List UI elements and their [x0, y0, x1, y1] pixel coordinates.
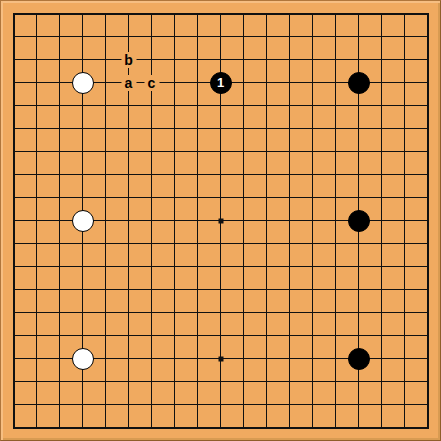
board-point[interactable]	[48, 278, 71, 301]
board-point[interactable]	[163, 324, 186, 347]
board-point[interactable]	[186, 278, 209, 301]
board-point[interactable]	[232, 186, 255, 209]
board-point[interactable]	[232, 301, 255, 324]
board-point[interactable]	[140, 209, 163, 232]
board-point[interactable]	[301, 71, 324, 94]
board-point[interactable]	[301, 163, 324, 186]
board-point[interactable]	[25, 94, 48, 117]
board-point[interactable]	[94, 71, 117, 94]
board-point[interactable]: b	[117, 48, 140, 71]
board-point[interactable]	[163, 117, 186, 140]
board-point[interactable]	[94, 255, 117, 278]
board-point[interactable]	[370, 393, 393, 416]
board-point[interactable]	[163, 232, 186, 255]
board-point[interactable]	[48, 393, 71, 416]
board-point[interactable]	[347, 71, 370, 94]
board-point[interactable]	[163, 370, 186, 393]
board-point[interactable]	[416, 324, 439, 347]
board-point[interactable]	[186, 163, 209, 186]
board-point[interactable]	[232, 370, 255, 393]
board-point[interactable]	[163, 278, 186, 301]
board-point[interactable]	[209, 301, 232, 324]
board-point[interactable]	[278, 140, 301, 163]
board-point[interactable]	[393, 2, 416, 25]
board-point[interactable]	[232, 2, 255, 25]
board-point[interactable]	[393, 278, 416, 301]
board-point[interactable]	[209, 117, 232, 140]
board-point[interactable]	[94, 209, 117, 232]
board-point[interactable]	[140, 370, 163, 393]
board-point[interactable]	[255, 232, 278, 255]
board-point[interactable]	[163, 347, 186, 370]
board-point[interactable]	[255, 117, 278, 140]
board-point[interactable]	[416, 347, 439, 370]
board-point[interactable]	[232, 232, 255, 255]
board-point[interactable]	[71, 2, 94, 25]
board-point[interactable]	[324, 416, 347, 439]
board-point[interactable]	[71, 232, 94, 255]
board-point[interactable]	[163, 140, 186, 163]
board-point[interactable]	[393, 209, 416, 232]
board-point[interactable]	[347, 140, 370, 163]
board-point[interactable]	[117, 324, 140, 347]
board-point[interactable]	[186, 25, 209, 48]
board-point[interactable]	[232, 393, 255, 416]
board-point[interactable]	[324, 25, 347, 48]
board-point[interactable]	[48, 25, 71, 48]
board-point[interactable]	[255, 2, 278, 25]
board-point[interactable]	[186, 48, 209, 71]
board-point[interactable]	[48, 163, 71, 186]
board-point[interactable]	[209, 94, 232, 117]
board-point[interactable]	[301, 416, 324, 439]
board-point[interactable]	[347, 2, 370, 25]
board-point[interactable]	[209, 2, 232, 25]
board-point[interactable]	[278, 117, 301, 140]
board-point[interactable]	[255, 393, 278, 416]
board-point[interactable]	[416, 301, 439, 324]
board-point[interactable]	[370, 48, 393, 71]
board-point[interactable]	[163, 416, 186, 439]
board-point[interactable]	[163, 94, 186, 117]
board-point[interactable]	[209, 347, 232, 370]
board-point[interactable]	[416, 94, 439, 117]
board-point[interactable]	[163, 301, 186, 324]
board-point[interactable]	[324, 278, 347, 301]
board-point[interactable]	[140, 186, 163, 209]
board-point[interactable]	[140, 347, 163, 370]
board-point[interactable]	[347, 163, 370, 186]
board-point[interactable]	[71, 163, 94, 186]
board-point[interactable]	[71, 301, 94, 324]
board-point[interactable]	[163, 209, 186, 232]
board-point[interactable]	[370, 301, 393, 324]
board-point[interactable]	[2, 117, 25, 140]
board-point[interactable]	[370, 278, 393, 301]
board-point[interactable]	[393, 416, 416, 439]
board-point[interactable]	[186, 416, 209, 439]
board-point[interactable]	[209, 140, 232, 163]
board-point[interactable]	[278, 232, 301, 255]
board-point[interactable]	[324, 209, 347, 232]
board-point[interactable]	[94, 416, 117, 439]
board-point[interactable]	[416, 48, 439, 71]
board-point[interactable]	[163, 163, 186, 186]
board-point[interactable]	[370, 163, 393, 186]
board-point[interactable]	[2, 25, 25, 48]
board-point[interactable]	[416, 25, 439, 48]
board-point[interactable]	[94, 25, 117, 48]
board-point[interactable]	[324, 393, 347, 416]
board-point[interactable]	[25, 255, 48, 278]
board-point[interactable]	[370, 324, 393, 347]
board-point[interactable]	[301, 25, 324, 48]
board-point[interactable]	[255, 324, 278, 347]
board-point[interactable]	[186, 232, 209, 255]
board-point[interactable]	[324, 186, 347, 209]
board-point[interactable]	[324, 140, 347, 163]
board-point[interactable]	[163, 255, 186, 278]
board-point[interactable]	[347, 416, 370, 439]
board-point[interactable]	[278, 370, 301, 393]
board-point[interactable]	[393, 186, 416, 209]
board-point[interactable]	[186, 186, 209, 209]
board-point[interactable]	[2, 163, 25, 186]
board-point[interactable]	[117, 186, 140, 209]
board-point[interactable]	[94, 48, 117, 71]
board-point[interactable]	[25, 71, 48, 94]
board-point[interactable]	[393, 48, 416, 71]
board-point[interactable]	[278, 393, 301, 416]
board-point[interactable]	[370, 209, 393, 232]
board-point[interactable]	[94, 186, 117, 209]
board-point[interactable]	[232, 209, 255, 232]
board-point[interactable]	[163, 48, 186, 71]
board-point[interactable]	[117, 278, 140, 301]
board-point[interactable]	[71, 186, 94, 209]
board-point[interactable]	[393, 370, 416, 393]
board-point[interactable]	[2, 416, 25, 439]
board-point[interactable]	[255, 163, 278, 186]
board-point[interactable]	[416, 278, 439, 301]
board-point[interactable]	[186, 117, 209, 140]
board-point[interactable]	[48, 209, 71, 232]
board-point[interactable]	[186, 301, 209, 324]
board-point[interactable]	[48, 232, 71, 255]
board-point[interactable]	[370, 232, 393, 255]
board-point[interactable]	[278, 94, 301, 117]
board-point[interactable]	[347, 232, 370, 255]
board-point[interactable]	[48, 140, 71, 163]
board-point[interactable]	[278, 301, 301, 324]
board-point[interactable]	[117, 232, 140, 255]
board-point[interactable]	[186, 71, 209, 94]
board-point[interactable]	[393, 117, 416, 140]
board-point[interactable]	[209, 324, 232, 347]
board-point[interactable]	[117, 209, 140, 232]
board-point[interactable]	[186, 393, 209, 416]
board-point[interactable]	[186, 2, 209, 25]
board-point[interactable]	[416, 370, 439, 393]
board-point[interactable]	[324, 232, 347, 255]
board-point[interactable]	[117, 117, 140, 140]
board-point[interactable]	[278, 71, 301, 94]
board-point[interactable]	[301, 370, 324, 393]
board-point[interactable]	[301, 117, 324, 140]
board-point[interactable]	[301, 186, 324, 209]
board-point[interactable]	[232, 140, 255, 163]
board-point[interactable]	[278, 2, 301, 25]
board-point[interactable]	[209, 232, 232, 255]
board-point[interactable]	[2, 48, 25, 71]
board-point[interactable]	[71, 393, 94, 416]
board-point[interactable]	[324, 301, 347, 324]
board-point[interactable]	[393, 255, 416, 278]
board-point[interactable]	[117, 416, 140, 439]
board-point[interactable]	[25, 140, 48, 163]
board-point[interactable]	[25, 48, 48, 71]
board-point[interactable]	[301, 255, 324, 278]
board-point[interactable]	[25, 347, 48, 370]
board-point[interactable]	[25, 324, 48, 347]
board-point[interactable]	[324, 48, 347, 71]
board-point[interactable]	[140, 94, 163, 117]
board-point[interactable]	[117, 393, 140, 416]
board-point[interactable]	[393, 94, 416, 117]
board-point[interactable]	[347, 209, 370, 232]
board-point[interactable]	[416, 209, 439, 232]
board-point[interactable]	[25, 25, 48, 48]
board-point[interactable]	[324, 94, 347, 117]
board-point[interactable]	[301, 2, 324, 25]
board-point[interactable]	[94, 347, 117, 370]
board-point[interactable]	[140, 140, 163, 163]
board-point[interactable]	[232, 255, 255, 278]
board-point[interactable]	[140, 48, 163, 71]
board-point[interactable]	[117, 163, 140, 186]
board-point[interactable]	[393, 25, 416, 48]
board-point[interactable]	[71, 347, 94, 370]
board-point[interactable]	[232, 117, 255, 140]
board-point[interactable]	[94, 117, 117, 140]
board-point[interactable]	[347, 301, 370, 324]
board-point[interactable]	[209, 186, 232, 209]
board-point[interactable]	[2, 370, 25, 393]
board-point[interactable]	[117, 301, 140, 324]
board-point[interactable]	[347, 347, 370, 370]
board-point[interactable]	[393, 301, 416, 324]
board-point[interactable]	[209, 370, 232, 393]
board-point[interactable]	[163, 2, 186, 25]
board-point[interactable]	[25, 232, 48, 255]
board-point[interactable]	[2, 232, 25, 255]
board-point[interactable]	[416, 2, 439, 25]
board-point[interactable]	[94, 94, 117, 117]
board-point[interactable]	[140, 393, 163, 416]
board-point[interactable]	[416, 416, 439, 439]
board-point[interactable]	[209, 278, 232, 301]
board-point[interactable]: a	[117, 71, 140, 94]
board-point[interactable]	[393, 71, 416, 94]
board-point[interactable]	[71, 71, 94, 94]
board-point[interactable]	[324, 2, 347, 25]
board-point[interactable]	[163, 186, 186, 209]
board-point[interactable]	[209, 48, 232, 71]
board-point[interactable]	[140, 25, 163, 48]
board-point[interactable]	[370, 416, 393, 439]
board-point[interactable]	[2, 140, 25, 163]
board-point[interactable]	[301, 209, 324, 232]
board-point[interactable]	[301, 301, 324, 324]
board-point[interactable]	[94, 393, 117, 416]
board-point[interactable]	[25, 117, 48, 140]
board-point[interactable]	[48, 301, 71, 324]
board-point[interactable]	[347, 25, 370, 48]
board-point[interactable]	[278, 347, 301, 370]
board-point[interactable]	[255, 94, 278, 117]
board-point[interactable]	[186, 140, 209, 163]
board-point[interactable]	[117, 255, 140, 278]
board-point[interactable]	[94, 140, 117, 163]
board-point[interactable]	[370, 25, 393, 48]
board-point[interactable]	[301, 140, 324, 163]
board-point[interactable]	[393, 324, 416, 347]
board-point[interactable]	[94, 324, 117, 347]
board-point[interactable]	[255, 416, 278, 439]
board-point[interactable]	[301, 94, 324, 117]
board-point[interactable]	[163, 71, 186, 94]
board-point[interactable]	[71, 209, 94, 232]
board-point[interactable]	[140, 255, 163, 278]
board-point[interactable]	[278, 255, 301, 278]
board-point[interactable]	[255, 48, 278, 71]
board-point[interactable]	[25, 301, 48, 324]
board-point[interactable]	[25, 278, 48, 301]
board-point[interactable]	[71, 370, 94, 393]
board-point[interactable]	[2, 2, 25, 25]
board-point[interactable]	[209, 163, 232, 186]
board-point[interactable]	[186, 347, 209, 370]
board-point[interactable]	[255, 370, 278, 393]
board-point[interactable]	[416, 255, 439, 278]
board-point[interactable]	[393, 163, 416, 186]
board-point[interactable]	[278, 48, 301, 71]
board-point[interactable]	[94, 232, 117, 255]
board-point[interactable]	[71, 140, 94, 163]
board-point[interactable]	[347, 48, 370, 71]
board-point[interactable]	[25, 393, 48, 416]
board-point[interactable]	[232, 25, 255, 48]
board-point[interactable]	[232, 324, 255, 347]
board-point[interactable]	[301, 278, 324, 301]
board-point[interactable]	[117, 2, 140, 25]
board-point[interactable]	[370, 2, 393, 25]
board-point[interactable]	[48, 416, 71, 439]
board-point[interactable]	[2, 324, 25, 347]
board-point[interactable]	[48, 324, 71, 347]
board-point[interactable]	[94, 370, 117, 393]
board-point[interactable]	[232, 48, 255, 71]
board-point[interactable]	[71, 278, 94, 301]
board-point[interactable]	[232, 416, 255, 439]
board-point[interactable]	[48, 347, 71, 370]
board-point[interactable]	[324, 255, 347, 278]
board-point[interactable]	[255, 278, 278, 301]
board-point[interactable]	[140, 278, 163, 301]
board-point[interactable]	[347, 94, 370, 117]
board-point[interactable]	[140, 416, 163, 439]
board-point[interactable]	[2, 301, 25, 324]
board-point[interactable]	[48, 255, 71, 278]
board-point[interactable]	[347, 393, 370, 416]
board-point[interactable]	[393, 232, 416, 255]
board-point[interactable]	[48, 370, 71, 393]
board-point[interactable]	[301, 393, 324, 416]
board-point[interactable]	[324, 370, 347, 393]
board-point[interactable]	[186, 370, 209, 393]
board-point[interactable]	[140, 324, 163, 347]
board-point[interactable]	[25, 416, 48, 439]
board-point[interactable]	[370, 94, 393, 117]
board-point[interactable]	[2, 186, 25, 209]
board-point[interactable]	[48, 94, 71, 117]
board-point[interactable]	[324, 324, 347, 347]
board-point[interactable]	[301, 48, 324, 71]
board-point[interactable]	[301, 347, 324, 370]
board-point[interactable]	[48, 2, 71, 25]
board-point[interactable]	[71, 48, 94, 71]
board-point[interactable]	[393, 347, 416, 370]
board-point[interactable]	[94, 2, 117, 25]
board-point[interactable]	[25, 2, 48, 25]
board-point[interactable]	[255, 347, 278, 370]
board-point[interactable]	[393, 393, 416, 416]
board-point[interactable]	[71, 324, 94, 347]
board-point[interactable]	[232, 94, 255, 117]
board-point[interactable]	[25, 209, 48, 232]
board-point[interactable]	[416, 117, 439, 140]
board-point[interactable]	[255, 209, 278, 232]
board-point[interactable]	[370, 71, 393, 94]
board-point[interactable]	[209, 209, 232, 232]
board-point[interactable]	[117, 370, 140, 393]
board-point[interactable]	[140, 2, 163, 25]
board-point[interactable]	[324, 347, 347, 370]
board-point[interactable]	[255, 25, 278, 48]
board-point[interactable]	[255, 255, 278, 278]
board-point[interactable]	[370, 186, 393, 209]
board-point[interactable]	[278, 25, 301, 48]
board-point[interactable]	[209, 393, 232, 416]
board-point[interactable]	[347, 324, 370, 347]
board-point[interactable]	[94, 278, 117, 301]
board-point[interactable]	[2, 209, 25, 232]
board-point[interactable]	[324, 71, 347, 94]
board-point[interactable]	[370, 347, 393, 370]
board-point[interactable]	[25, 370, 48, 393]
board-point[interactable]	[48, 186, 71, 209]
board-point[interactable]	[25, 163, 48, 186]
board-point[interactable]	[416, 163, 439, 186]
board-point[interactable]	[2, 347, 25, 370]
board-point[interactable]	[416, 71, 439, 94]
board-point[interactable]	[255, 71, 278, 94]
board-point[interactable]	[393, 140, 416, 163]
board-point[interactable]	[416, 393, 439, 416]
board-point[interactable]	[255, 140, 278, 163]
board-point[interactable]	[71, 117, 94, 140]
board-point[interactable]	[278, 278, 301, 301]
